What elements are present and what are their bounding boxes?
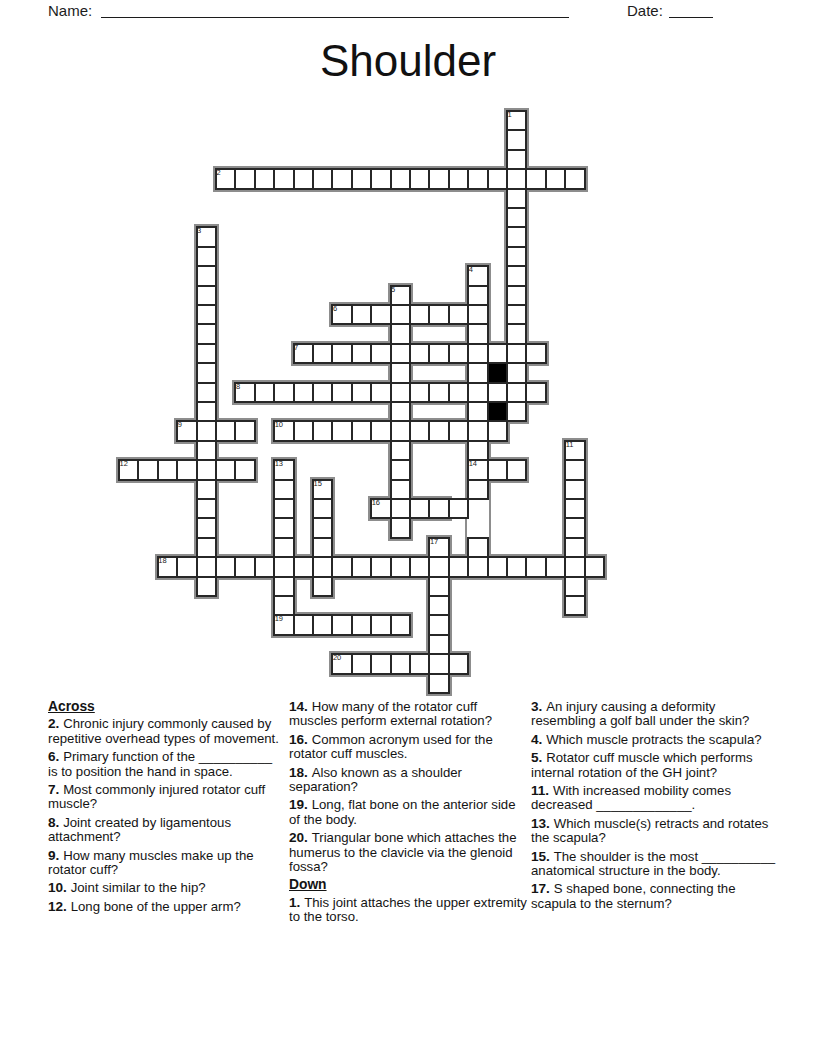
grid-cell-r16c18[interactable] [467,420,488,441]
grid-cell-r10c14[interactable] [390,304,411,325]
clue-number-label: 16. [289,732,312,747]
grid-cell-r14c12[interactable] [351,382,372,403]
grid-cell-r1c20[interactable] [506,129,527,150]
grid-cell-r14c20[interactable] [506,382,527,403]
grid-cell-r22c4[interactable] [196,537,217,558]
grid-cell-r10c13[interactable] [370,304,391,325]
grid-cell-r23c7[interactable] [254,556,275,577]
grid-cell-r4c20[interactable] [506,188,527,209]
grid-cell-r26c8[interactable] [273,614,294,635]
clue-1-down: 1. This joint attaches the upper extremi… [289,896,527,925]
grid-cell-r18c8[interactable] [273,459,294,480]
grid-cell-r28c14[interactable] [390,653,411,674]
clue-3-down: 3. An injury causing a deformity resembl… [531,700,781,729]
clue-number-label: 5. [531,750,546,765]
clue-12-across: 12. Long bone of the upper arm? [48,900,285,914]
grid-cell-r16c9[interactable] [293,420,314,441]
grid-cell-r12c19[interactable] [487,343,508,364]
grid-cell-r20c4[interactable] [196,498,217,519]
grid-cell-r19c18[interactable] [467,479,488,500]
name-blank-line [101,17,569,18]
grid-cell-r24c16[interactable] [428,576,449,597]
grid-cell-r12c11[interactable] [331,343,352,364]
grid-cell-r12c14[interactable] [390,343,411,364]
grid-cell-r13c18[interactable] [467,362,488,383]
grid-cell-r11c18[interactable] [467,323,488,344]
grid-cell-r3c20[interactable] [506,168,527,189]
grid-cell-r12c10[interactable] [312,343,333,364]
grid-cell-r12c13[interactable] [370,343,391,364]
grid-cell-r20c16[interactable] [428,498,449,519]
grid-cell-r18c20[interactable] [506,459,527,480]
grid-cell-r6c20[interactable] [506,226,527,247]
grid-cell-r17c23[interactable] [564,440,585,461]
grid-cell-r10c15[interactable] [409,304,430,325]
grid-cell-r25c8[interactable] [273,595,294,616]
clue-10-across: 10. Joint similar to the hip? [48,881,285,895]
grid-cell-r23c5[interactable] [215,556,236,577]
clue-number-label: 2. [48,716,63,731]
grid-cell-r3c19[interactable] [487,168,508,189]
grid-cell-r22c16[interactable] [428,537,449,558]
grid-cell-r12c20[interactable] [506,343,527,364]
clue-number-label: 1. [289,895,304,910]
grid-cell-r23c22[interactable] [545,556,566,577]
page-title: Shoulder [0,36,816,86]
grid-cell-r19c4[interactable] [196,479,217,500]
grid-cell-r16c19[interactable] [487,420,508,441]
grid-cell-r23c12[interactable] [351,556,372,577]
grid-cell-r28c11[interactable] [331,653,352,674]
grid-cell-r26c10[interactable] [312,614,333,635]
clue-number-label: 20. [289,830,312,845]
grid-cell-r3c18[interactable] [467,168,488,189]
grid-cell-r22c18[interactable] [467,537,488,558]
clue-14-across: 14. How many of the rotator cuff muscles… [289,700,527,729]
grid-cell-r21c4[interactable] [196,517,217,538]
grid-cell-r3c14[interactable] [390,168,411,189]
grid-cell-r23c21[interactable] [525,556,546,577]
grid-cell-r23c16[interactable] [428,556,449,577]
grid-cell-r20c17[interactable] [448,498,469,519]
grid-cell-r12c21[interactable] [525,343,546,364]
grid-cell-r27c16[interactable] [428,634,449,655]
grid-cell-r18c6[interactable] [234,459,255,480]
grid-cell-r22c10[interactable] [312,537,333,558]
grid-cell-r3c9[interactable] [293,168,314,189]
grid-cell-r18c3[interactable] [176,459,197,480]
grid-cell-r18c0[interactable] [118,459,139,480]
grid-cell-r10c18[interactable] [467,304,488,325]
grid-cell-r23c10[interactable] [312,556,333,577]
grid-cell-r21c10[interactable] [312,517,333,538]
grid-cell-r11c20[interactable] [506,323,527,344]
grid-cell-r3c22[interactable] [545,168,566,189]
grid-cell-r18c18[interactable] [467,459,488,480]
grid-cell-r8c18[interactable] [467,265,488,286]
clue-number-label: 6. [48,749,63,764]
crossword-board: 1234567891011121314151617181920 [118,110,618,700]
grid-cell-r3c6[interactable] [234,168,255,189]
grid-cell-r10c17[interactable] [448,304,469,325]
grid-cell-r14c18[interactable] [467,382,488,403]
grid-cell-r28c16[interactable] [428,653,449,674]
grid-cell-r23c3[interactable] [176,556,197,577]
grid-cell-r3c17[interactable] [448,168,469,189]
grid-cell-r3c12[interactable] [351,168,372,189]
grid-cell-r12c16[interactable] [428,343,449,364]
grid-cell-r21c8[interactable] [273,517,294,538]
grid-cell-r26c11[interactable] [331,614,352,635]
grid-cell-r16c6[interactable] [234,420,255,441]
clue-number-label: 14. [289,699,312,714]
grid-cell-r17c14[interactable] [390,440,411,461]
grid-cell-r23c13[interactable] [370,556,391,577]
grid-cell-r12c4[interactable] [196,343,217,364]
grid-cell-r10c12[interactable] [351,304,372,325]
grid-cell-r3c7[interactable] [254,168,275,189]
grid-cell-r3c5[interactable] [215,168,236,189]
black-cell-r13c19 [487,362,508,383]
grid-cell-r11c14[interactable] [390,323,411,344]
grid-cell-r2c20[interactable] [506,149,527,170]
grid-cell-r10c20[interactable] [506,304,527,325]
grid-cell-r16c11[interactable] [331,420,352,441]
grid-cell-r23c8[interactable] [273,556,294,577]
grid-cell-r23c24[interactable] [584,556,605,577]
grid-cell-r19c14[interactable] [390,479,411,500]
grid-cell-r24c10[interactable] [312,576,333,597]
grid-cell-r3c15[interactable] [409,168,430,189]
grid-cell-r13c20[interactable] [506,362,527,383]
grid-cell-r24c4[interactable] [196,576,217,597]
grid-cell-r20c14[interactable] [390,498,411,519]
clue-6-across: 6. Primary function of the __________ is… [48,750,285,779]
grid-cell-r20c10[interactable] [312,498,333,519]
grid-cell-r28c15[interactable] [409,653,430,674]
grid-cell-r18c4[interactable] [196,459,217,480]
grid-cell-r13c14[interactable] [390,362,411,383]
clue-5-down: 5. Rotator cuff muscle which performs in… [531,751,781,780]
clue-16-across: 16. Common acronym used for the rotator … [289,733,527,762]
grid-cell-r23c4[interactable] [196,556,217,577]
grid-cell-r3c21[interactable] [525,168,546,189]
grid-cell-r11c4[interactable] [196,323,217,344]
grid-cell-r28c17[interactable] [448,653,469,674]
grid-cell-r26c9[interactable] [293,614,314,635]
clue-number-label: 9. [48,848,63,863]
grid-cell-r3c10[interactable] [312,168,333,189]
grid-cell-r7c20[interactable] [506,246,527,267]
grid-cell-r26c13[interactable] [370,614,391,635]
clue-number-label: 10. [48,880,71,895]
grid-cell-r14c13[interactable] [370,382,391,403]
grid-cell-r23c19[interactable] [487,556,508,577]
grid-cell-r23c18[interactable] [467,556,488,577]
grid-cell-r16c13[interactable] [370,420,391,441]
grid-cell-r22c23[interactable] [564,537,585,558]
clue-number-label: 11. [531,783,553,798]
grid-cell-r23c15[interactable] [409,556,430,577]
grid-cell-r14c21[interactable] [525,382,546,403]
grid-cell-r19c10[interactable] [312,479,333,500]
grid-cell-r26c16[interactable] [428,614,449,635]
grid-cell-r14c8[interactable] [273,382,294,403]
grid-cell-r26c12[interactable] [351,614,372,635]
clue-column-1: Across2. Chronic injury commonly caused … [48,700,285,918]
clue-7-across: 7. Most commonly injured rotator cuff mu… [48,783,285,812]
grid-cell-r23c20[interactable] [506,556,527,577]
down-header: Down [289,878,527,892]
grid-cell-r14c9[interactable] [293,382,314,403]
grid-cell-r24c8[interactable] [273,576,294,597]
grid-cell-r15c20[interactable] [506,401,527,422]
grid-cell-r10c11[interactable] [331,304,352,325]
grid-cell-r16c8[interactable] [273,420,294,441]
across-header: Across [48,700,285,714]
grid-cell-r14c10[interactable] [312,382,333,403]
grid-cell-r16c15[interactable] [409,420,430,441]
clue-2-across: 2. Chronic injury commonly caused by rep… [48,717,285,746]
grid-cell-r12c12[interactable] [351,343,372,364]
grid-cell-r3c13[interactable] [370,168,391,189]
clue-4-down: 4. Which muscle protracts the scapula? [531,733,781,747]
grid-cell-r9c20[interactable] [506,285,527,306]
grid-cell-r19c23[interactable] [564,479,585,500]
grid-cell-r3c8[interactable] [273,168,294,189]
date-blank-line [669,17,713,18]
grid-cell-r0c20[interactable] [506,110,527,131]
grid-cell-r18c14[interactable] [390,459,411,480]
grid-cell-r15c4[interactable] [196,401,217,422]
grid-cell-r20c8[interactable] [273,498,294,519]
grid-cell-r12c18[interactable] [467,343,488,364]
grid-cell-r16c12[interactable] [351,420,372,441]
clue-number-label: 4. [531,732,546,747]
grid-cell-r25c23[interactable] [564,595,585,616]
grid-cell-r18c5[interactable] [215,459,236,480]
grid-cell-r23c2[interactable] [157,556,178,577]
grid-cell-r23c14[interactable] [390,556,411,577]
clue-number-label: 13. [531,816,554,831]
grid-cell-r10c4[interactable] [196,304,217,325]
grid-cell-r12c15[interactable] [409,343,430,364]
grid-cell-r3c23[interactable] [564,168,585,189]
grid-cell-r23c23[interactable] [564,556,585,577]
grid-cell-r23c17[interactable] [448,556,469,577]
grid-cell-r28c12[interactable] [351,653,372,674]
grid-cell-r15c14[interactable] [390,401,411,422]
clue-number-label: 15. [531,849,554,864]
grid-cell-r9c4[interactable] [196,285,217,306]
grid-cell-r16c16[interactable] [428,420,449,441]
grid-cell-r9c18[interactable] [467,285,488,306]
clue-number-label: 17. [531,881,554,896]
grid-cell-r14c7[interactable] [254,382,275,403]
grid-cell-r16c4[interactable] [196,420,217,441]
clue-13-down: 13. Which muscle(s) retracts and rotates… [531,817,781,846]
clue-number-label: 12. [48,899,71,914]
clue-9-across: 9. How many muscles make up the rotator … [48,849,285,878]
grid-cell-r18c2[interactable] [157,459,178,480]
grid-cell-r25c16[interactable] [428,595,449,616]
grid-cell-r18c1[interactable] [137,459,158,480]
grid-cell-r9c14[interactable] [390,285,411,306]
grid-cell-r6c4[interactable] [196,226,217,247]
grid-cell-r12c9[interactable] [293,343,314,364]
grid-cell-r20c23[interactable] [564,498,585,519]
clue-11-down: 11. With increased mobility comes decrea… [531,784,781,813]
grid-cell-r23c9[interactable] [293,556,314,577]
grid-cell-r14c16[interactable] [428,382,449,403]
name-label: Name: [48,2,92,19]
clue-8-across: 8. Joint created by ligamentous attachme… [48,816,285,845]
grid-cell-r22c8[interactable] [273,537,294,558]
grid-cell-r16c5[interactable] [215,420,236,441]
grid-cell-r14c6[interactable] [234,382,255,403]
clue-20-across: 20. Triangular bone which attaches the h… [289,831,527,874]
grid-cell-r3c11[interactable] [331,168,352,189]
grid-cell-r29c16[interactable] [428,673,449,694]
clue-number-label: 19. [289,797,312,812]
clue-number-label: 7. [48,782,63,797]
grid-cell-r14c19[interactable] [487,382,508,403]
grid-cell-r21c14[interactable] [390,517,411,538]
grid-cell-r14c11[interactable] [331,382,352,403]
clue-18-across: 18. Also known as a shoulder separation? [289,766,527,795]
grid-cell-r14c15[interactable] [409,382,430,403]
grid-cell-r23c11[interactable] [331,556,352,577]
grid-cell-r14c17[interactable] [448,382,469,403]
grid-cell-r8c20[interactable] [506,265,527,286]
clue-number-label: 3. [531,699,546,714]
grid-cell-r16c10[interactable] [312,420,333,441]
grid-cell-r28c13[interactable] [370,653,391,674]
grid-cell-r23c6[interactable] [234,556,255,577]
grid-cell-r3c16[interactable] [428,168,449,189]
clue-19-across: 19. Long, flat bone on the anterior side… [289,798,527,827]
grid-cell-r16c3[interactable] [176,420,197,441]
grid-cell-r14c4[interactable] [196,382,217,403]
grid-cell-r18c19[interactable] [487,459,508,480]
grid-cell-r19c8[interactable] [273,479,294,500]
grid-cell-r8c4[interactable] [196,265,217,286]
grid-cell-r16c17[interactable] [448,420,469,441]
grid-cell-r24c23[interactable] [564,576,585,597]
clue-column-3: 3. An injury causing a deformity resembl… [531,700,781,915]
clue-number-label: 18. [289,765,312,780]
grid-cell-r13c4[interactable] [196,362,217,383]
grid-cell-r17c18[interactable] [467,440,488,461]
grid-cell-r18c23[interactable] [564,459,585,480]
grid-cell-r20c15[interactable] [409,498,430,519]
grid-cell-r26c14[interactable] [390,614,411,635]
grid-cell-r16c14[interactable] [390,420,411,441]
grid-cell-r14c14[interactable] [390,382,411,403]
clue-17-down: 17. S shaped bone, connecting the scapul… [531,882,781,911]
grid-cell-r20c13[interactable] [370,498,391,519]
date-label: Date: [627,2,663,19]
grid-cell-r15c18[interactable] [467,401,488,422]
black-cell-r15c19 [487,401,508,422]
grid-cell-r7c4[interactable] [196,246,217,267]
worksheet-page: Name: Date: Shoulder 1234567891011121314… [0,0,816,1056]
clue-column-2: 14. How many of the rotator cuff muscles… [289,700,527,929]
grid-cell-r5c20[interactable] [506,207,527,228]
grid-cell-r10c16[interactable] [428,304,449,325]
grid-cell-r21c23[interactable] [564,517,585,538]
clue-15-down: 15. The shoulder is the most __________ … [531,850,781,879]
grid-cell-r12c17[interactable] [448,343,469,364]
clue-number-label: 8. [48,815,63,830]
grid-cell-r17c4[interactable] [196,440,217,461]
